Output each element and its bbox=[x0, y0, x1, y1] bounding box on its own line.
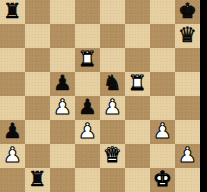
chess-board: ♜♚♛♜♟♞♜♟♟♟♟♟♟♟♛♟♜♚ bbox=[0, 0, 200, 192]
piece-black-rook[interactable]: ♜ bbox=[28, 168, 47, 191]
square-b1[interactable]: ♜ bbox=[25, 168, 50, 192]
piece-white-queen[interactable]: ♛ bbox=[103, 144, 122, 167]
piece-white-pawn[interactable]: ♟ bbox=[3, 144, 22, 167]
square-e2[interactable]: ♛ bbox=[100, 144, 125, 168]
square-c4[interactable]: ♟ bbox=[50, 96, 75, 120]
square-c6[interactable] bbox=[50, 48, 75, 72]
square-c8[interactable] bbox=[50, 0, 75, 24]
piece-white-pawn[interactable]: ♟ bbox=[53, 96, 72, 119]
square-h6[interactable] bbox=[175, 48, 200, 72]
piece-white-king[interactable]: ♚ bbox=[153, 168, 172, 191]
square-e4[interactable]: ♟ bbox=[100, 96, 125, 120]
square-d2[interactable] bbox=[75, 144, 100, 168]
square-b7[interactable] bbox=[25, 24, 50, 48]
square-e6[interactable] bbox=[100, 48, 125, 72]
square-f6[interactable] bbox=[125, 48, 150, 72]
square-b8[interactable] bbox=[25, 0, 50, 24]
square-h1[interactable] bbox=[175, 168, 200, 192]
piece-white-pawn[interactable]: ♟ bbox=[78, 120, 97, 143]
square-h7[interactable]: ♛ bbox=[175, 24, 200, 48]
piece-white-rook[interactable]: ♜ bbox=[78, 48, 97, 71]
square-b6[interactable] bbox=[25, 48, 50, 72]
square-a3[interactable]: ♟ bbox=[0, 120, 25, 144]
square-a4[interactable] bbox=[0, 96, 25, 120]
square-g8[interactable] bbox=[150, 0, 175, 24]
square-h5[interactable] bbox=[175, 72, 200, 96]
square-g1[interactable]: ♚ bbox=[150, 168, 175, 192]
piece-black-pawn[interactable]: ♟ bbox=[3, 120, 22, 143]
square-b2[interactable] bbox=[25, 144, 50, 168]
square-a1[interactable] bbox=[0, 168, 25, 192]
square-e7[interactable] bbox=[100, 24, 125, 48]
piece-white-pawn[interactable]: ♟ bbox=[153, 120, 172, 143]
square-g3[interactable]: ♟ bbox=[150, 120, 175, 144]
square-h8[interactable]: ♚ bbox=[175, 0, 200, 24]
square-a7[interactable] bbox=[0, 24, 25, 48]
square-f5[interactable]: ♜ bbox=[125, 72, 150, 96]
piece-black-pawn[interactable]: ♟ bbox=[53, 72, 72, 95]
square-a8[interactable]: ♜ bbox=[0, 0, 25, 24]
square-c3[interactable] bbox=[50, 120, 75, 144]
square-b5[interactable] bbox=[25, 72, 50, 96]
square-g6[interactable] bbox=[150, 48, 175, 72]
square-d1[interactable] bbox=[75, 168, 100, 192]
square-a2[interactable]: ♟ bbox=[0, 144, 25, 168]
square-d7[interactable] bbox=[75, 24, 100, 48]
square-a5[interactable] bbox=[0, 72, 25, 96]
chess-app-screenshot: ♜♚♛♜♟♞♜♟♟♟♟♟♟♟♛♟♜♚ bbox=[0, 0, 207, 192]
square-f4[interactable] bbox=[125, 96, 150, 120]
square-e1[interactable] bbox=[100, 168, 125, 192]
board-right-margin bbox=[200, 0, 207, 192]
square-b3[interactable] bbox=[25, 120, 50, 144]
piece-white-pawn[interactable]: ♟ bbox=[103, 96, 122, 119]
square-d5[interactable] bbox=[75, 72, 100, 96]
piece-black-pawn[interactable]: ♟ bbox=[78, 96, 97, 119]
piece-black-king[interactable]: ♚ bbox=[178, 0, 197, 23]
square-f2[interactable] bbox=[125, 144, 150, 168]
square-f3[interactable] bbox=[125, 120, 150, 144]
square-h4[interactable] bbox=[175, 96, 200, 120]
piece-white-rook[interactable]: ♜ bbox=[128, 72, 147, 95]
square-h3[interactable] bbox=[175, 120, 200, 144]
square-g7[interactable] bbox=[150, 24, 175, 48]
square-e8[interactable] bbox=[100, 0, 125, 24]
square-a6[interactable] bbox=[0, 48, 25, 72]
square-d3[interactable]: ♟ bbox=[75, 120, 100, 144]
square-g5[interactable] bbox=[150, 72, 175, 96]
square-d4[interactable]: ♟ bbox=[75, 96, 100, 120]
square-d6[interactable]: ♜ bbox=[75, 48, 100, 72]
square-g4[interactable] bbox=[150, 96, 175, 120]
square-c5[interactable]: ♟ bbox=[50, 72, 75, 96]
square-c2[interactable] bbox=[50, 144, 75, 168]
piece-black-knight[interactable]: ♞ bbox=[103, 72, 122, 95]
piece-black-queen[interactable]: ♛ bbox=[178, 24, 197, 47]
square-d8[interactable] bbox=[75, 0, 100, 24]
piece-white-pawn[interactable]: ♟ bbox=[178, 144, 197, 167]
square-c7[interactable] bbox=[50, 24, 75, 48]
square-f1[interactable] bbox=[125, 168, 150, 192]
square-c1[interactable] bbox=[50, 168, 75, 192]
square-b4[interactable] bbox=[25, 96, 50, 120]
square-f8[interactable] bbox=[125, 0, 150, 24]
square-h2[interactable]: ♟ bbox=[175, 144, 200, 168]
square-g2[interactable] bbox=[150, 144, 175, 168]
square-e5[interactable]: ♞ bbox=[100, 72, 125, 96]
square-f7[interactable] bbox=[125, 24, 150, 48]
square-e3[interactable] bbox=[100, 120, 125, 144]
piece-black-rook[interactable]: ♜ bbox=[3, 0, 22, 23]
